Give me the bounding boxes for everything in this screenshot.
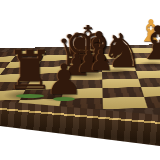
- square: [141, 86, 160, 97]
- dark-pawn-foreground: ♟: [45, 59, 83, 101]
- square: [144, 96, 160, 108]
- dark-knight: ♞: [101, 27, 143, 74]
- square: [103, 97, 148, 109]
- chess-set-photo: ♛ ♚ ♝ ♝ ♝ ♟ ♟ ♟ ♞ ♜ ♟: [0, 0, 160, 160]
